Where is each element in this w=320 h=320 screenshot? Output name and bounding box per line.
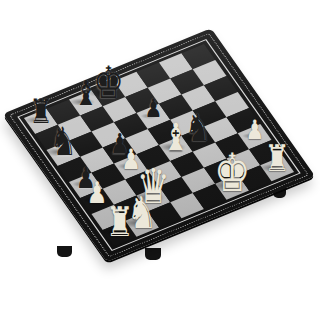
product-photo: ♜♝♚♞♟♟♟♟♝♞♟♟♛♜♞♚♜ xyxy=(0,0,320,320)
chessboard xyxy=(24,44,294,246)
board-foot xyxy=(57,246,72,257)
board-foot xyxy=(145,248,161,260)
board-grid xyxy=(24,44,294,246)
